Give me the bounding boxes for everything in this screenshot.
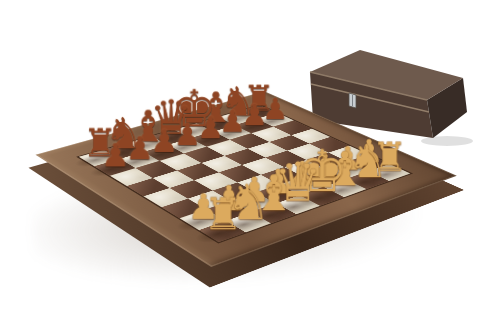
piece-white-rook: ♜ [187, 192, 259, 236]
scene: ♜♞♝♛♚♝♞♜♟♟♟♟♟♟♟♟♟♟♟♟♟♟♟♟♜♞♝♛♚♝♞♜ [0, 0, 500, 333]
box-floor-shadow [421, 136, 473, 146]
piece-black-pawn: ♟ [83, 139, 147, 171]
square-a7: ♟ [94, 159, 135, 176]
square-a1: ♜ [199, 221, 245, 242]
